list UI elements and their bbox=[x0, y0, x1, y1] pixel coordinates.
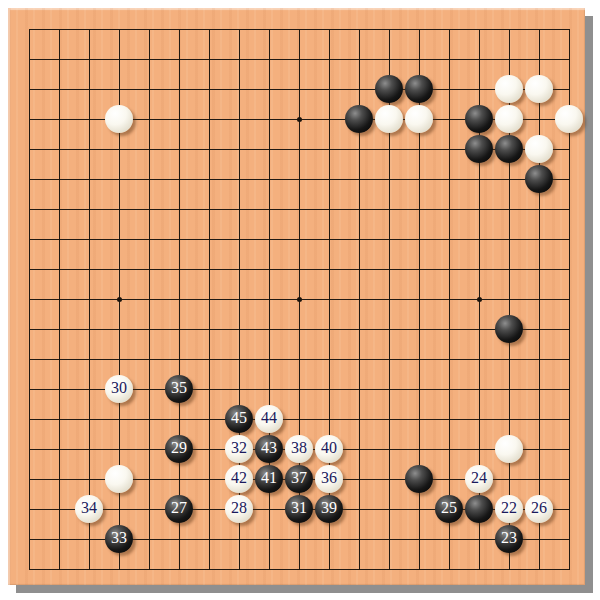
move-number-label: 42 bbox=[231, 470, 247, 486]
stone-black bbox=[495, 135, 523, 163]
move-number-label: 44 bbox=[261, 410, 277, 426]
star-point bbox=[297, 117, 302, 122]
goban[interactable]: 3035454429324338404241373624342728313925… bbox=[8, 8, 585, 585]
stone-white bbox=[495, 435, 523, 463]
stone-white bbox=[525, 135, 553, 163]
move-number-label: 25 bbox=[441, 500, 457, 516]
move-number-label: 40 bbox=[321, 440, 337, 456]
stone-white bbox=[525, 75, 553, 103]
stone-white-38: 38 bbox=[285, 435, 313, 463]
star-point bbox=[117, 297, 122, 302]
move-number-label: 26 bbox=[531, 500, 547, 516]
stone-white-42: 42 bbox=[225, 465, 253, 493]
stone-white-28: 28 bbox=[225, 495, 253, 523]
stone-black-35: 35 bbox=[165, 375, 193, 403]
stone-black-29: 29 bbox=[165, 435, 193, 463]
stone-black-31: 31 bbox=[285, 495, 313, 523]
move-number-label: 31 bbox=[291, 500, 307, 516]
stone-black bbox=[465, 105, 493, 133]
stone-black-25: 25 bbox=[435, 495, 463, 523]
stone-white bbox=[375, 105, 403, 133]
stone-white-34: 34 bbox=[75, 495, 103, 523]
move-number-label: 29 bbox=[171, 440, 187, 456]
move-number-label: 22 bbox=[501, 500, 517, 516]
stone-black bbox=[405, 465, 433, 493]
stone-white-30: 30 bbox=[105, 375, 133, 403]
move-number-label: 30 bbox=[111, 380, 127, 396]
move-number-label: 39 bbox=[321, 500, 337, 516]
move-number-label: 24 bbox=[471, 470, 487, 486]
move-number-label: 36 bbox=[321, 470, 337, 486]
stone-white-36: 36 bbox=[315, 465, 343, 493]
stone-white-26: 26 bbox=[525, 495, 553, 523]
stone-black bbox=[495, 315, 523, 343]
move-number-label: 41 bbox=[261, 470, 277, 486]
move-number-label: 45 bbox=[231, 410, 247, 426]
stone-white bbox=[405, 105, 433, 133]
stone-white-32: 32 bbox=[225, 435, 253, 463]
stone-white-40: 40 bbox=[315, 435, 343, 463]
stone-black bbox=[375, 75, 403, 103]
move-number-label: 23 bbox=[501, 530, 517, 546]
stone-white bbox=[105, 105, 133, 133]
stone-black-43: 43 bbox=[255, 435, 283, 463]
star-point bbox=[477, 297, 482, 302]
move-number-label: 43 bbox=[261, 440, 277, 456]
stone-black-33: 33 bbox=[105, 525, 133, 553]
stone-black bbox=[465, 495, 493, 523]
stone-black bbox=[525, 165, 553, 193]
move-number-label: 38 bbox=[291, 440, 307, 456]
stone-black-45: 45 bbox=[225, 405, 253, 433]
stone-black bbox=[465, 135, 493, 163]
stone-black-39: 39 bbox=[315, 495, 343, 523]
stone-black-37: 37 bbox=[285, 465, 313, 493]
stone-black-27: 27 bbox=[165, 495, 193, 523]
star-point bbox=[297, 297, 302, 302]
stone-black-41: 41 bbox=[255, 465, 283, 493]
stone-white-24: 24 bbox=[465, 465, 493, 493]
stone-black bbox=[345, 105, 373, 133]
stone-white bbox=[495, 75, 523, 103]
move-number-label: 34 bbox=[81, 500, 97, 516]
stone-white-22: 22 bbox=[495, 495, 523, 523]
stone-white bbox=[105, 465, 133, 493]
stone-white-44: 44 bbox=[255, 405, 283, 433]
stone-white bbox=[495, 105, 523, 133]
stone-black-23: 23 bbox=[495, 525, 523, 553]
move-number-label: 28 bbox=[231, 500, 247, 516]
move-number-label: 35 bbox=[171, 380, 187, 396]
stone-black bbox=[405, 75, 433, 103]
move-number-label: 37 bbox=[291, 470, 307, 486]
stone-white bbox=[555, 105, 583, 133]
move-number-label: 27 bbox=[171, 500, 187, 516]
move-number-label: 33 bbox=[111, 530, 127, 546]
move-number-label: 32 bbox=[231, 440, 247, 456]
